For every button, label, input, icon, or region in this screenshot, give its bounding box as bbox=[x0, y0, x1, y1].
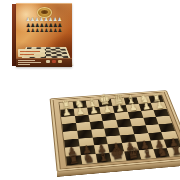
dark-piece-R: ♜ bbox=[171, 144, 180, 157]
chessboard: ♜♞♝♚♛♝♞♜♟♟♟♟♟♟♟♟♟♟♟♟♟♟♟♟♜♞♝♚♛♝♞♜ bbox=[50, 90, 180, 172]
light-piece-P: ♟ bbox=[76, 106, 86, 117]
chessboard-scene: ♜♞♝♚♛♝♞♜♟♟♟♟♟♟♟♟♟♟♟♟♟♟♟♟♜♞♝♚♛♝♞♜ bbox=[47, 74, 180, 180]
board-square bbox=[132, 125, 148, 134]
light-piece-P: ♟ bbox=[115, 103, 125, 114]
board-square: ♛ bbox=[124, 150, 141, 160]
light-piece-P: ♟ bbox=[155, 100, 165, 111]
dark-piece-B: ♝ bbox=[141, 146, 154, 161]
box-front-face: ♟♟♟♟♟♟♟♟ ♟♟♟♟♟♟♟♟ ♟♟♟♟♟♟♟♟ bbox=[16, 3, 72, 67]
chess-set-box: ♟♟♟♟♟♟♟♟ ♟♟♟♟♟♟♟♟ ♟♟♟♟♟♟♟♟ bbox=[12, 3, 72, 67]
board-square: ♚ bbox=[110, 152, 127, 162]
box-art-piece-row: ♟♟♟♟♟♟♟♟ bbox=[18, 28, 70, 33]
light-piece-P: ♟ bbox=[142, 101, 152, 112]
dark-piece-N: ♞ bbox=[156, 145, 169, 160]
light-piece-P: ♟ bbox=[62, 107, 72, 118]
fine-print-mark bbox=[46, 60, 50, 63]
fine-print-mark bbox=[52, 60, 56, 63]
dark-piece-R: ♜ bbox=[68, 153, 80, 167]
fine-print-line bbox=[18, 64, 30, 65]
board-square: ♞ bbox=[153, 148, 170, 158]
light-piece-P: ♟ bbox=[102, 104, 112, 115]
fine-print-mark bbox=[58, 60, 62, 63]
board-square: ♞ bbox=[81, 154, 97, 164]
board-square: ♜ bbox=[167, 147, 180, 157]
light-piece-P: ♟ bbox=[89, 105, 99, 116]
box-art-piece-row: ♟♟♟♟♟♟♟♟ bbox=[18, 17, 70, 22]
light-piece-P: ♟ bbox=[129, 102, 139, 113]
board-frame: ♜♞♝♚♛♝♞♜♟♟♟♟♟♟♟♟♟♟♟♟♟♟♟♟♜♞♝♚♛♝♞♜ bbox=[50, 90, 180, 172]
fine-print-line bbox=[18, 60, 35, 61]
dark-piece-Q: ♛ bbox=[125, 145, 140, 162]
board-square: ♜ bbox=[66, 155, 82, 165]
box-artwork: ♟♟♟♟♟♟♟♟ ♟♟♟♟♟♟♟♟ ♟♟♟♟♟♟♟♟ bbox=[18, 16, 70, 52]
box-product-label bbox=[18, 49, 45, 57]
board-square bbox=[130, 118, 146, 126]
dark-piece-K: ♚ bbox=[110, 145, 126, 163]
fine-print-line bbox=[18, 62, 41, 63]
product-photo: ♟♟♟♟♟♟♟♟ ♟♟♟♟♟♟♟♟ ♟♟♟♟♟♟♟♟ ♜♞♝♚♛♝♞♜♟♟♟♟♟… bbox=[0, 0, 180, 180]
box-fine-print-band bbox=[16, 58, 72, 67]
chess-board-grid: ♜♞♝♚♛♝♞♜♟♟♟♟♟♟♟♟♟♟♟♟♟♟♟♟♜♞♝♚♛♝♞♜ bbox=[59, 95, 180, 166]
dark-piece-B: ♝ bbox=[97, 149, 110, 164]
dark-piece-N: ♞ bbox=[82, 151, 95, 166]
